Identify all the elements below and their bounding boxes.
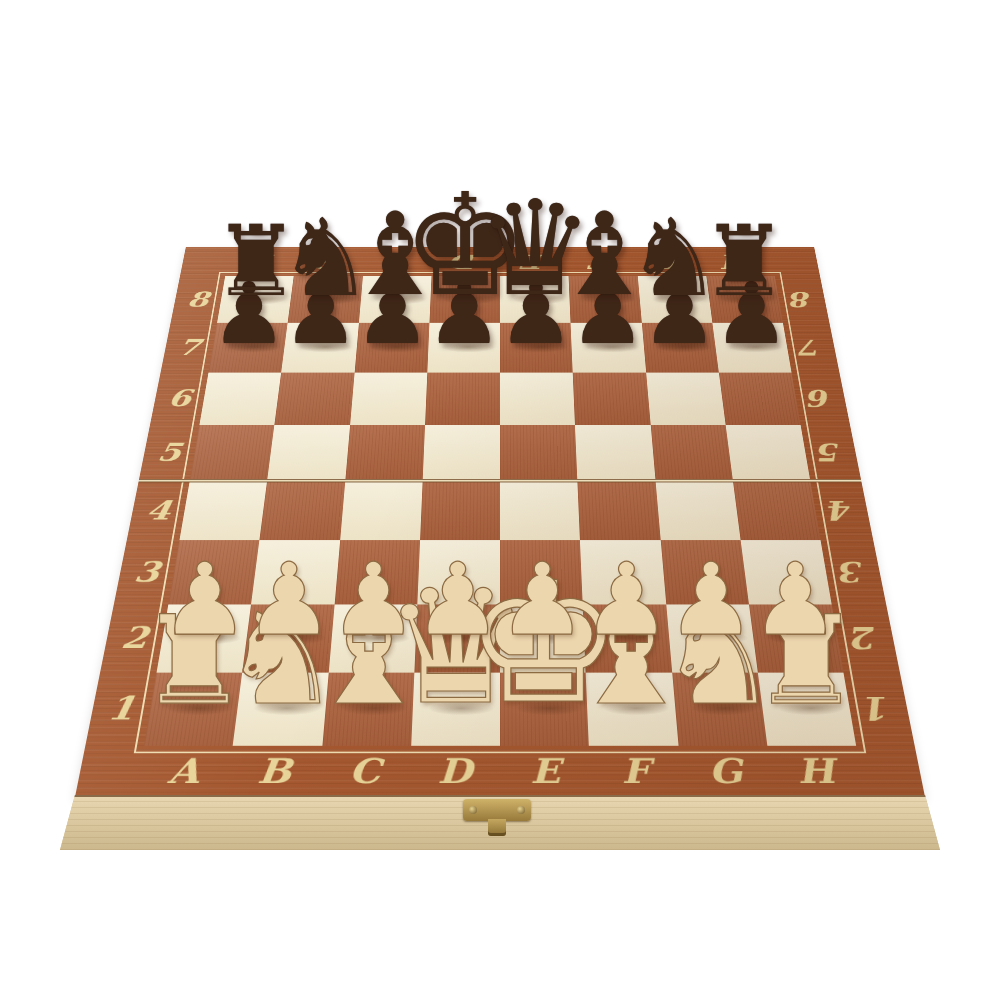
square-d2 — [414, 604, 500, 672]
rank-label-6-left: 6 — [166, 387, 193, 410]
square-e5 — [500, 425, 578, 481]
square-e7 — [500, 323, 573, 372]
square-b1 — [233, 672, 328, 745]
file-label-g-back: G — [656, 252, 684, 271]
square-g7 — [641, 323, 718, 372]
square-c6 — [350, 372, 427, 425]
square-h8 — [706, 276, 783, 323]
rank-label-3-left: 3 — [132, 558, 162, 586]
file-label-b-back: B — [316, 252, 343, 271]
product-photo-scene: AABBCCDDEEFFGGHH1122334455667788 ♜♞♝♚♛♝♞… — [0, 0, 1001, 1001]
file-label-c-front: C — [348, 754, 382, 788]
rank-label-1-left: 1 — [105, 692, 138, 724]
square-a5 — [190, 425, 275, 481]
square-g5 — [650, 425, 732, 481]
square-e3 — [500, 540, 583, 604]
rank-label-5-left: 5 — [156, 440, 184, 465]
square-g8 — [637, 276, 712, 323]
rank-label-4-left: 4 — [144, 497, 173, 523]
square-g3 — [660, 540, 748, 604]
file-label-d-back: D — [453, 252, 479, 271]
square-f1 — [586, 672, 678, 745]
square-e2 — [500, 604, 586, 672]
square-e4 — [500, 481, 580, 541]
square-d6 — [425, 372, 500, 425]
rank-label-2-left: 2 — [119, 623, 150, 653]
square-h3 — [740, 540, 831, 604]
square-a7 — [209, 323, 288, 372]
square-f2 — [583, 604, 672, 672]
file-label-g-front: G — [707, 754, 744, 788]
square-h1 — [758, 672, 857, 745]
rank-label-6-right: 6 — [807, 387, 834, 410]
file-label-h-back: H — [723, 252, 754, 271]
brass-latch-hook — [488, 819, 506, 836]
square-a8 — [217, 276, 294, 323]
square-c3 — [334, 540, 420, 604]
square-h6 — [719, 372, 801, 425]
file-label-a-front: A — [166, 754, 202, 788]
square-d4 — [420, 481, 500, 541]
square-c2 — [328, 604, 417, 672]
latch-screw-right — [517, 806, 525, 814]
square-g4 — [655, 481, 740, 541]
rank-label-4-right: 4 — [827, 497, 856, 523]
rank-label-8-right: 8 — [789, 289, 814, 309]
square-e1 — [500, 672, 589, 745]
square-d5 — [422, 425, 500, 481]
latch-screw-left — [469, 806, 477, 814]
file-label-h-front: H — [794, 754, 837, 788]
square-c7 — [354, 323, 429, 372]
rank-label-7-left: 7 — [176, 336, 202, 358]
rank-label-3-right: 3 — [838, 558, 868, 586]
square-d8 — [429, 276, 500, 323]
rank-label-5-right: 5 — [817, 440, 845, 465]
square-b7 — [281, 323, 358, 372]
square-b2 — [242, 604, 334, 672]
file-label-d-front: D — [437, 754, 472, 788]
file-label-e-front: E — [530, 754, 561, 788]
square-b5 — [267, 425, 349, 481]
square-e6 — [500, 372, 575, 425]
rank-label-1-right: 1 — [862, 692, 895, 724]
square-f5 — [575, 425, 655, 481]
board-squares-grid — [144, 276, 856, 746]
square-g2 — [666, 604, 758, 672]
square-f3 — [580, 540, 666, 604]
chess-board: AABBCCDDEEFFGGHH1122334455667788 — [75, 247, 925, 797]
square-f4 — [578, 481, 661, 541]
rank-label-8-left: 8 — [186, 289, 211, 309]
square-b8 — [288, 276, 363, 323]
square-g1 — [672, 672, 767, 745]
square-a1 — [144, 672, 243, 745]
file-label-c-back: C — [385, 252, 410, 271]
square-g6 — [646, 372, 726, 425]
square-f6 — [573, 372, 650, 425]
square-e8 — [500, 276, 571, 323]
file-label-a-back: A — [249, 252, 275, 271]
square-b3 — [251, 540, 339, 604]
file-label-b-front: B — [256, 754, 293, 788]
square-a4 — [179, 481, 267, 541]
square-a6 — [199, 372, 281, 425]
square-b4 — [260, 481, 345, 541]
square-a3 — [168, 540, 259, 604]
square-c1 — [322, 672, 414, 745]
square-c5 — [345, 425, 425, 481]
file-label-e-back: E — [523, 252, 546, 271]
square-h2 — [749, 604, 844, 672]
square-c4 — [340, 481, 423, 541]
rank-label-7-right: 7 — [798, 336, 824, 358]
square-f8 — [569, 276, 642, 323]
file-label-f-back: F — [591, 252, 613, 271]
square-a2 — [157, 604, 252, 672]
rank-label-2-right: 2 — [850, 623, 881, 653]
square-d7 — [427, 323, 500, 372]
square-b6 — [275, 372, 355, 425]
square-f7 — [571, 323, 646, 372]
square-h5 — [725, 425, 810, 481]
file-label-f-front: F — [620, 754, 650, 788]
square-d3 — [417, 540, 500, 604]
box-side-face — [60, 795, 940, 850]
brass-latch — [463, 799, 531, 821]
square-h4 — [733, 481, 821, 541]
square-d1 — [411, 672, 500, 745]
square-c8 — [359, 276, 432, 323]
square-h7 — [712, 323, 791, 372]
board-fold-seam — [138, 479, 861, 483]
